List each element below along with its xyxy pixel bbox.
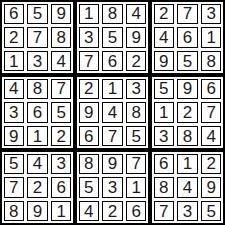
- sudoku-cell-r2c3[interactable]: 8: [51, 27, 72, 48]
- sudoku-cell-r1c6[interactable]: 4: [126, 4, 147, 25]
- sudoku-cell-r7c9[interactable]: 2: [201, 154, 222, 175]
- sudoku-cell-r5c3[interactable]: 5: [51, 102, 72, 123]
- sudoku-cell-r2c9[interactable]: 1: [201, 27, 222, 48]
- sudoku-cell-r3c2[interactable]: 3: [27, 51, 48, 72]
- sudoku-cell-r4c2[interactable]: 8: [27, 79, 48, 100]
- sudoku-cell-r1c9[interactable]: 3: [201, 4, 222, 25]
- sudoku-cell-r5c4[interactable]: 9: [79, 102, 100, 123]
- sudoku-cell-r7c5[interactable]: 9: [102, 154, 123, 175]
- sudoku-cell-r3c7[interactable]: 9: [154, 51, 175, 72]
- sudoku-cell-r1c8[interactable]: 7: [177, 4, 198, 25]
- sudoku-box-1: 659278134: [0, 0, 75, 75]
- sudoku-cell-r8c4[interactable]: 5: [79, 177, 100, 198]
- sudoku-box-7: 543726891: [0, 150, 75, 225]
- sudoku-cell-r7c2[interactable]: 4: [27, 154, 48, 175]
- sudoku-cell-r1c2[interactable]: 5: [27, 4, 48, 25]
- sudoku-cell-r4c1[interactable]: 4: [4, 79, 25, 100]
- sudoku-cell-r8c6[interactable]: 1: [126, 177, 147, 198]
- sudoku-cell-r6c8[interactable]: 8: [177, 126, 198, 147]
- sudoku-cell-r6c6[interactable]: 5: [126, 126, 147, 147]
- sudoku-cell-r1c4[interactable]: 1: [79, 4, 100, 25]
- sudoku-cell-r8c7[interactable]: 8: [154, 177, 175, 198]
- sudoku-cell-r7c8[interactable]: 1: [177, 154, 198, 175]
- sudoku-box-2: 184359762: [75, 0, 150, 75]
- sudoku-cell-r1c7[interactable]: 2: [154, 4, 175, 25]
- sudoku-cell-r9c5[interactable]: 2: [102, 201, 123, 222]
- sudoku-cell-r8c9[interactable]: 9: [201, 177, 222, 198]
- sudoku-cell-r3c4[interactable]: 7: [79, 51, 100, 72]
- sudoku-cell-r7c6[interactable]: 7: [126, 154, 147, 175]
- sudoku-cell-r9c4[interactable]: 4: [79, 201, 100, 222]
- sudoku-cell-r6c3[interactable]: 2: [51, 126, 72, 147]
- sudoku-cell-r3c6[interactable]: 2: [126, 51, 147, 72]
- sudoku-cell-r1c3[interactable]: 9: [51, 4, 72, 25]
- sudoku-cell-r7c3[interactable]: 3: [51, 154, 72, 175]
- sudoku-cell-r4c7[interactable]: 5: [154, 79, 175, 100]
- sudoku-cell-r2c6[interactable]: 9: [126, 27, 147, 48]
- sudoku-cell-r2c8[interactable]: 6: [177, 27, 198, 48]
- sudoku-cell-r5c5[interactable]: 4: [102, 102, 123, 123]
- sudoku-cell-r8c1[interactable]: 7: [4, 177, 25, 198]
- sudoku-cell-r5c6[interactable]: 8: [126, 102, 147, 123]
- sudoku-cell-r9c3[interactable]: 1: [51, 201, 72, 222]
- sudoku-cell-r7c1[interactable]: 5: [4, 154, 25, 175]
- sudoku-cell-r5c9[interactable]: 7: [201, 102, 222, 123]
- sudoku-box-4: 487365912: [0, 75, 75, 150]
- sudoku-cell-r2c4[interactable]: 3: [79, 27, 100, 48]
- sudoku-box-8: 897531426: [75, 150, 150, 225]
- sudoku-cell-r1c5[interactable]: 8: [102, 4, 123, 25]
- sudoku-cell-r7c4[interactable]: 8: [79, 154, 100, 175]
- sudoku-cell-r7c7[interactable]: 6: [154, 154, 175, 175]
- sudoku-cell-r2c7[interactable]: 4: [154, 27, 175, 48]
- sudoku-cell-r8c8[interactable]: 4: [177, 177, 198, 198]
- sudoku-cell-r8c3[interactable]: 6: [51, 177, 72, 198]
- sudoku-cell-r1c1[interactable]: 6: [4, 4, 25, 25]
- sudoku-cell-r4c8[interactable]: 9: [177, 79, 198, 100]
- sudoku-box-6: 596127384: [150, 75, 225, 150]
- sudoku-cell-r3c1[interactable]: 1: [4, 51, 25, 72]
- sudoku-box-9: 612849735: [150, 150, 225, 225]
- sudoku-cell-r2c2[interactable]: 7: [27, 27, 48, 48]
- sudoku-cell-r8c2[interactable]: 2: [27, 177, 48, 198]
- sudoku-cell-r9c8[interactable]: 3: [177, 201, 198, 222]
- sudoku-cell-r9c6[interactable]: 6: [126, 201, 147, 222]
- sudoku-cell-r4c6[interactable]: 3: [126, 79, 147, 100]
- sudoku-cell-r4c9[interactable]: 6: [201, 79, 222, 100]
- sudoku-cell-r5c1[interactable]: 3: [4, 102, 25, 123]
- sudoku-cell-r3c5[interactable]: 6: [102, 51, 123, 72]
- sudoku-cell-r4c5[interactable]: 1: [102, 79, 123, 100]
- sudoku-cell-r4c3[interactable]: 7: [51, 79, 72, 100]
- sudoku-cell-r5c2[interactable]: 6: [27, 102, 48, 123]
- sudoku-cell-r9c9[interactable]: 5: [201, 201, 222, 222]
- sudoku-cell-r9c2[interactable]: 9: [27, 201, 48, 222]
- sudoku-box-5: 213948675: [75, 75, 150, 150]
- sudoku-cell-r6c9[interactable]: 4: [201, 126, 222, 147]
- sudoku-cell-r8c5[interactable]: 3: [102, 177, 123, 198]
- sudoku-cell-r2c1[interactable]: 2: [4, 27, 25, 48]
- sudoku-cell-r6c4[interactable]: 6: [79, 126, 100, 147]
- sudoku-cell-r4c4[interactable]: 2: [79, 79, 100, 100]
- sudoku-board: 6592781341843597622734619584873659122139…: [0, 0, 225, 225]
- sudoku-box-3: 273461958: [150, 0, 225, 75]
- sudoku-cell-r3c8[interactable]: 5: [177, 51, 198, 72]
- sudoku-cell-r9c1[interactable]: 8: [4, 201, 25, 222]
- sudoku-cell-r9c7[interactable]: 7: [154, 201, 175, 222]
- sudoku-cell-r2c5[interactable]: 5: [102, 27, 123, 48]
- sudoku-cell-r6c2[interactable]: 1: [27, 126, 48, 147]
- sudoku-cell-r3c3[interactable]: 4: [51, 51, 72, 72]
- sudoku-cell-r6c1[interactable]: 9: [4, 126, 25, 147]
- sudoku-cell-r6c5[interactable]: 7: [102, 126, 123, 147]
- sudoku-cell-r3c9[interactable]: 8: [201, 51, 222, 72]
- sudoku-cell-r6c7[interactable]: 3: [154, 126, 175, 147]
- sudoku-cell-r5c7[interactable]: 1: [154, 102, 175, 123]
- sudoku-cell-r5c8[interactable]: 2: [177, 102, 198, 123]
